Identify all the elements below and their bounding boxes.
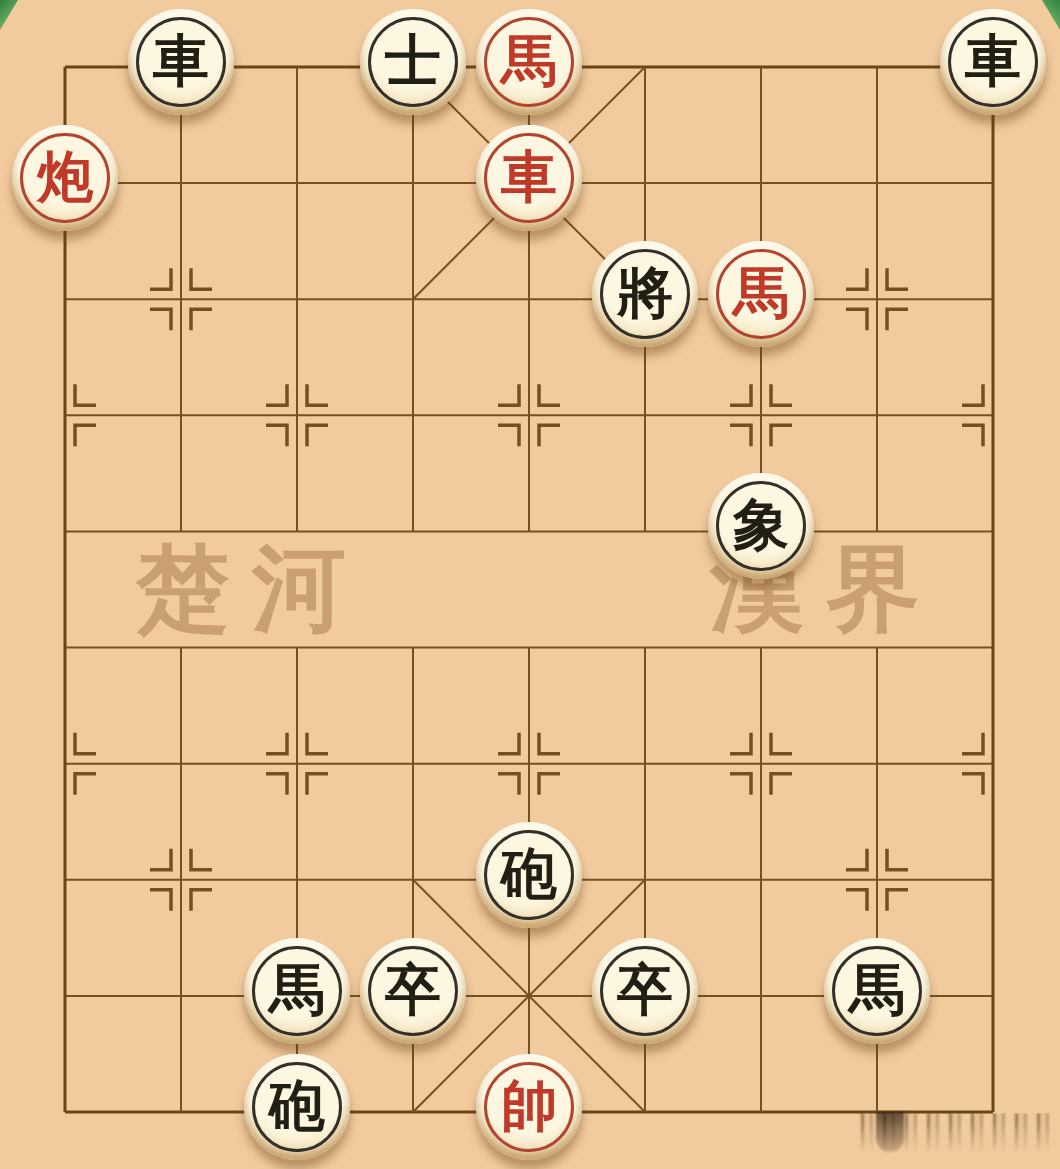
piece-glyph: 車 [940,9,1046,115]
piece-red-horse[interactable]: 馬 [708,241,814,347]
piece-red-cannon[interactable]: 炮 [12,125,118,231]
piece-glyph: 馬 [824,938,930,1044]
piece-glyph: 象 [708,473,814,579]
piece-red-general[interactable]: 帥 [476,1054,582,1160]
piece-glyph: 炮 [12,125,118,231]
pieces-layer: 車士馬車炮車將馬象砲馬卒卒馬砲帥 [7,9,1051,1169]
piece-glyph: 士 [360,9,466,115]
piece-glyph: 卒 [360,938,466,1044]
piece-black-chariot[interactable]: 車 [940,9,1046,115]
piece-black-soldier[interactable]: 卒 [360,938,466,1044]
watermark-smudge-blob [876,1112,904,1152]
piece-black-general[interactable]: 將 [592,241,698,347]
piece-red-chariot[interactable]: 車 [476,125,582,231]
piece-black-chariot[interactable]: 車 [128,9,234,115]
xiangqi-board-app: 楚河 漢界 車士馬車炮車將馬象砲馬卒卒馬砲帥 [0,0,1060,1169]
piece-black-soldier[interactable]: 卒 [592,938,698,1044]
piece-glyph: 車 [476,125,582,231]
piece-glyph: 砲 [244,1054,350,1160]
piece-black-cannon[interactable]: 砲 [476,822,582,928]
piece-glyph: 馬 [708,241,814,347]
piece-glyph: 車 [128,9,234,115]
piece-glyph: 馬 [476,9,582,115]
piece-black-elephant[interactable]: 象 [708,473,814,579]
piece-glyph: 將 [592,241,698,347]
piece-black-horse[interactable]: 馬 [244,938,350,1044]
piece-red-horse[interactable]: 馬 [476,9,582,115]
piece-black-advisor[interactable]: 士 [360,9,466,115]
piece-glyph: 卒 [592,938,698,1044]
piece-glyph: 馬 [244,938,350,1044]
piece-black-horse[interactable]: 馬 [824,938,930,1044]
piece-glyph: 帥 [476,1054,582,1160]
piece-black-cannon[interactable]: 砲 [244,1054,350,1160]
piece-glyph: 砲 [476,822,582,928]
